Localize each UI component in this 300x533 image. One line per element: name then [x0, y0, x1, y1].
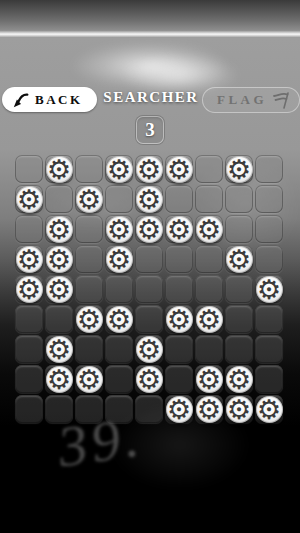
cell-r1c9[interactable]: [255, 155, 283, 183]
cell-r8c7[interactable]: ⚙: [195, 365, 223, 393]
cell-r1c5[interactable]: ⚙: [135, 155, 163, 183]
gear-icon: ⚙: [136, 366, 163, 393]
cell-r3c7[interactable]: ⚙: [195, 215, 223, 243]
cell-r4c9[interactable]: [255, 245, 283, 273]
cell-r2c5[interactable]: ⚙: [135, 185, 163, 213]
gear-icon: ⚙: [166, 306, 193, 333]
gear-icon: ⚙: [46, 366, 73, 393]
gear-icon: ⚙: [136, 156, 163, 183]
smoke-texture: [70, 42, 230, 90]
gear-icon: ⚙: [106, 306, 133, 333]
gear-icon: ⚙: [256, 276, 283, 303]
board-grid: ⚙⚙⚙⚙⚙⚙⚙⚙⚙⚙⚙⚙⚙⚙⚙⚙⚙⚙⚙⚙⚙⚙⚙⚙⚙⚙⚙⚙⚙⚙⚙⚙⚙⚙⚙: [15, 155, 283, 423]
cell-r6c2[interactable]: [45, 305, 73, 333]
cell-r2c7[interactable]: [195, 185, 223, 213]
cell-r2c6[interactable]: [165, 185, 193, 213]
cell-r7c1[interactable]: [15, 335, 43, 363]
cell-r6c6[interactable]: ⚙: [165, 305, 193, 333]
gear-icon: ⚙: [46, 246, 73, 273]
gear-icon: ⚙: [166, 396, 193, 423]
gear-icon: ⚙: [16, 276, 43, 303]
flag-button-label: FLAG: [217, 92, 267, 108]
cell-r7c7[interactable]: [195, 335, 223, 363]
cell-r3c4[interactable]: ⚙: [105, 215, 133, 243]
top-device-band: [0, 0, 300, 38]
gear-icon: ⚙: [136, 216, 163, 243]
cell-r4c5[interactable]: [135, 245, 163, 273]
gear-icon: ⚙: [136, 336, 163, 363]
game-screen: BACK SEARCHER FLAG 3 ⚙⚙⚙⚙⚙⚙⚙⚙⚙⚙⚙⚙⚙⚙⚙⚙⚙⚙⚙…: [0, 0, 300, 533]
cell-r5c3[interactable]: [75, 275, 103, 303]
counter-value: 3: [145, 119, 155, 141]
cell-r5c1[interactable]: ⚙: [15, 275, 43, 303]
cell-r2c4[interactable]: [105, 185, 133, 213]
gear-icon: ⚙: [16, 246, 43, 273]
cell-r8c2[interactable]: ⚙: [45, 365, 73, 393]
cell-r3c5[interactable]: ⚙: [135, 215, 163, 243]
cell-r6c4[interactable]: ⚙: [105, 305, 133, 333]
cell-r9c7[interactable]: ⚙: [195, 395, 223, 423]
cell-r7c4[interactable]: [105, 335, 133, 363]
cell-r5c8[interactable]: [225, 275, 253, 303]
cell-r4c3[interactable]: [75, 245, 103, 273]
cell-r8c9[interactable]: [255, 365, 283, 393]
cell-r1c8[interactable]: ⚙: [225, 155, 253, 183]
cell-r2c9[interactable]: [255, 185, 283, 213]
gear-icon: ⚙: [226, 246, 253, 273]
cell-r3c3[interactable]: [75, 215, 103, 243]
gear-icon: ⚙: [46, 336, 73, 363]
gear-icon: ⚙: [196, 396, 223, 423]
cell-r2c1[interactable]: ⚙: [15, 185, 43, 213]
cell-r5c2[interactable]: ⚙: [45, 275, 73, 303]
cell-r3c9[interactable]: [255, 215, 283, 243]
cell-r8c3[interactable]: ⚙: [75, 365, 103, 393]
gear-icon: ⚙: [256, 396, 283, 423]
gear-icon: ⚙: [106, 246, 133, 273]
cell-r9c3[interactable]: [75, 395, 103, 423]
gear-icon: ⚙: [76, 306, 103, 333]
cell-r6c8[interactable]: [225, 305, 253, 333]
cell-r1c4[interactable]: ⚙: [105, 155, 133, 183]
flag-button[interactable]: FLAG: [202, 87, 300, 113]
gear-icon: ⚙: [166, 216, 193, 243]
gear-icon: ⚙: [136, 186, 163, 213]
cell-r4c6[interactable]: [165, 245, 193, 273]
cell-r7c5[interactable]: ⚙: [135, 335, 163, 363]
cell-r3c1[interactable]: [15, 215, 43, 243]
gear-icon: ⚙: [106, 156, 133, 183]
gear-icon: ⚙: [226, 366, 253, 393]
gear-icon: ⚙: [196, 366, 223, 393]
back-button[interactable]: BACK: [2, 87, 97, 112]
gear-icon: ⚙: [46, 156, 73, 183]
cell-r1c3[interactable]: [75, 155, 103, 183]
cell-r9c5[interactable]: [135, 395, 163, 423]
gear-icon: ⚙: [46, 216, 73, 243]
cell-r5c5[interactable]: [135, 275, 163, 303]
cell-r9c4[interactable]: [105, 395, 133, 423]
cell-r8c5[interactable]: ⚙: [135, 365, 163, 393]
cell-r1c2[interactable]: ⚙: [45, 155, 73, 183]
cell-r5c9[interactable]: ⚙: [255, 275, 283, 303]
cell-r6c1[interactable]: [15, 305, 43, 333]
cell-r2c8[interactable]: [225, 185, 253, 213]
cell-r2c3[interactable]: ⚙: [75, 185, 103, 213]
gear-icon: ⚙: [166, 156, 193, 183]
cell-r7c8[interactable]: [225, 335, 253, 363]
cell-r4c2[interactable]: ⚙: [45, 245, 73, 273]
gear-icon: ⚙: [226, 156, 253, 183]
cell-r5c6[interactable]: [165, 275, 193, 303]
cell-r7c9[interactable]: [255, 335, 283, 363]
counter-tile: 3: [136, 116, 164, 144]
cell-r3c8[interactable]: [225, 215, 253, 243]
cell-r1c6[interactable]: ⚙: [165, 155, 193, 183]
cell-r8c8[interactable]: ⚙: [225, 365, 253, 393]
cell-r8c4[interactable]: [105, 365, 133, 393]
cell-r6c3[interactable]: ⚙: [75, 305, 103, 333]
gear-icon: ⚙: [76, 366, 103, 393]
cell-r8c6[interactable]: [165, 365, 193, 393]
page-title: SEARCHER: [96, 89, 206, 106]
gear-icon: ⚙: [46, 276, 73, 303]
gear-icon: ⚙: [196, 306, 223, 333]
cell-r3c2[interactable]: ⚙: [45, 215, 73, 243]
gear-icon: ⚙: [196, 216, 223, 243]
cell-r9c9[interactable]: ⚙: [255, 395, 283, 423]
cell-r5c7[interactable]: [195, 275, 223, 303]
cell-r9c8[interactable]: ⚙: [225, 395, 253, 423]
cell-r4c4[interactable]: ⚙: [105, 245, 133, 273]
cell-r9c1[interactable]: [15, 395, 43, 423]
cell-r4c7[interactable]: [195, 245, 223, 273]
cell-r7c3[interactable]: [75, 335, 103, 363]
gear-icon: ⚙: [226, 396, 253, 423]
cell-r6c5[interactable]: [135, 305, 163, 333]
cell-r4c1[interactable]: ⚙: [15, 245, 43, 273]
cell-r6c9[interactable]: [255, 305, 283, 333]
cell-r9c6[interactable]: ⚙: [165, 395, 193, 423]
cell-r4c8[interactable]: ⚙: [225, 245, 253, 273]
cell-r1c7[interactable]: [195, 155, 223, 183]
flag-icon: [269, 91, 293, 109]
nav-bar: BACK SEARCHER FLAG: [0, 86, 300, 114]
cell-r6c7[interactable]: ⚙: [195, 305, 223, 333]
cell-r2c2[interactable]: [45, 185, 73, 213]
gear-icon: ⚙: [76, 186, 103, 213]
cell-r1c1[interactable]: [15, 155, 43, 183]
cell-r3c6[interactable]: ⚙: [165, 215, 193, 243]
cell-r7c2[interactable]: ⚙: [45, 335, 73, 363]
cell-r7c6[interactable]: [165, 335, 193, 363]
back-button-label: BACK: [35, 92, 83, 108]
back-arrow-icon: [11, 91, 31, 109]
cell-r5c4[interactable]: [105, 275, 133, 303]
cell-r8c1[interactable]: [15, 365, 43, 393]
gear-icon: ⚙: [16, 186, 43, 213]
cell-r9c2[interactable]: [45, 395, 73, 423]
gear-icon: ⚙: [106, 216, 133, 243]
